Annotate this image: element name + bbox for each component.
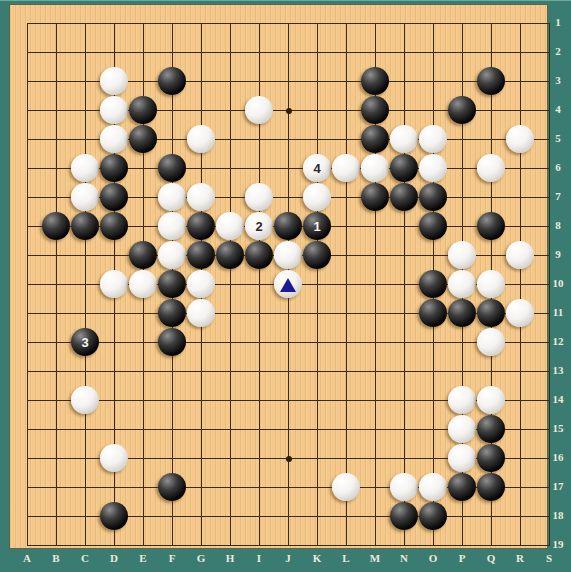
board-point[interactable] xyxy=(13,212,42,241)
board-point[interactable] xyxy=(274,299,303,328)
board-point[interactable] xyxy=(13,270,42,299)
board-point[interactable] xyxy=(332,241,361,270)
board-point[interactable] xyxy=(13,357,42,386)
board-point[interactable] xyxy=(42,67,71,96)
board-point[interactable] xyxy=(332,67,361,96)
board-point[interactable] xyxy=(506,241,535,270)
board-point[interactable] xyxy=(158,473,187,502)
board-point[interactable] xyxy=(216,241,245,270)
board-point[interactable] xyxy=(390,125,419,154)
board-point[interactable] xyxy=(216,357,245,386)
board-point[interactable] xyxy=(71,154,100,183)
board-point[interactable] xyxy=(42,154,71,183)
board-point[interactable] xyxy=(13,183,42,212)
board-point[interactable] xyxy=(303,299,332,328)
board-point[interactable] xyxy=(100,502,129,531)
board-point[interactable] xyxy=(187,125,216,154)
board-point[interactable] xyxy=(361,212,390,241)
board-point[interactable] xyxy=(477,38,506,67)
board-point[interactable] xyxy=(477,183,506,212)
board-point[interactable] xyxy=(361,299,390,328)
board-point[interactable] xyxy=(71,67,100,96)
board-point[interactable]: 2 xyxy=(245,212,274,241)
board-point[interactable] xyxy=(332,38,361,67)
board-point[interactable] xyxy=(187,299,216,328)
board-point[interactable] xyxy=(245,328,274,357)
board-point[interactable] xyxy=(477,270,506,299)
board-point[interactable] xyxy=(158,125,187,154)
board-point[interactable] xyxy=(13,9,42,38)
board-point[interactable] xyxy=(100,473,129,502)
board-point[interactable] xyxy=(477,502,506,531)
board-point[interactable] xyxy=(216,328,245,357)
board-point[interactable] xyxy=(158,270,187,299)
board-point[interactable] xyxy=(13,67,42,96)
board-point[interactable] xyxy=(71,502,100,531)
board-point[interactable] xyxy=(100,154,129,183)
board-point[interactable] xyxy=(216,183,245,212)
board-point[interactable] xyxy=(361,96,390,125)
board-point[interactable] xyxy=(506,96,535,125)
board-point[interactable] xyxy=(42,183,71,212)
board-point[interactable] xyxy=(419,415,448,444)
board-point[interactable] xyxy=(13,96,42,125)
board-point[interactable] xyxy=(477,241,506,270)
board-point[interactable] xyxy=(390,67,419,96)
board-point[interactable] xyxy=(361,9,390,38)
board-point[interactable] xyxy=(332,299,361,328)
board-point[interactable] xyxy=(245,38,274,67)
board-point[interactable] xyxy=(42,212,71,241)
board-point[interactable]: 1 xyxy=(303,212,332,241)
board-point[interactable] xyxy=(448,328,477,357)
board-point[interactable] xyxy=(274,154,303,183)
board-point[interactable] xyxy=(448,502,477,531)
board-point[interactable] xyxy=(216,38,245,67)
board-point[interactable] xyxy=(506,154,535,183)
board-point[interactable] xyxy=(158,67,187,96)
board-point[interactable] xyxy=(390,444,419,473)
board-point[interactable] xyxy=(245,154,274,183)
board-point[interactable] xyxy=(100,183,129,212)
board-point[interactable] xyxy=(390,38,419,67)
board-point[interactable] xyxy=(187,386,216,415)
board-point[interactable] xyxy=(187,270,216,299)
board-point[interactable] xyxy=(419,328,448,357)
board-point[interactable] xyxy=(448,415,477,444)
board-point[interactable] xyxy=(71,444,100,473)
board-point[interactable] xyxy=(100,270,129,299)
board-point[interactable] xyxy=(332,270,361,299)
board-point[interactable] xyxy=(361,415,390,444)
board-point[interactable] xyxy=(129,444,158,473)
board-point[interactable] xyxy=(158,415,187,444)
board-point[interactable] xyxy=(361,473,390,502)
board-point[interactable] xyxy=(506,125,535,154)
board-point[interactable] xyxy=(448,67,477,96)
board-point[interactable] xyxy=(274,473,303,502)
board-point[interactable] xyxy=(390,328,419,357)
board-point[interactable] xyxy=(216,125,245,154)
board-point[interactable] xyxy=(332,212,361,241)
board-point[interactable] xyxy=(506,270,535,299)
board-point[interactable] xyxy=(42,125,71,154)
board-point[interactable] xyxy=(332,357,361,386)
board-point[interactable] xyxy=(303,473,332,502)
board-point[interactable] xyxy=(390,386,419,415)
board-point[interactable] xyxy=(303,502,332,531)
board-point[interactable]: 4 xyxy=(303,154,332,183)
board-point[interactable] xyxy=(332,502,361,531)
board-point[interactable] xyxy=(42,270,71,299)
board-point[interactable] xyxy=(100,328,129,357)
board-point[interactable] xyxy=(42,38,71,67)
board-point[interactable] xyxy=(100,9,129,38)
board-point[interactable] xyxy=(13,125,42,154)
board-point[interactable] xyxy=(303,328,332,357)
board-point[interactable] xyxy=(448,9,477,38)
board-point[interactable] xyxy=(303,444,332,473)
board-point[interactable] xyxy=(506,38,535,67)
board-point[interactable] xyxy=(42,502,71,531)
board-point[interactable] xyxy=(129,96,158,125)
board-point[interactable] xyxy=(245,357,274,386)
board-point[interactable] xyxy=(245,473,274,502)
board-point[interactable] xyxy=(245,125,274,154)
board-point[interactable] xyxy=(506,299,535,328)
board-point[interactable] xyxy=(274,183,303,212)
board-point[interactable] xyxy=(129,9,158,38)
board-point[interactable] xyxy=(245,502,274,531)
board-point[interactable] xyxy=(216,154,245,183)
board-point[interactable] xyxy=(332,415,361,444)
board-point[interactable] xyxy=(187,9,216,38)
board-point[interactable] xyxy=(274,38,303,67)
board-point[interactable] xyxy=(390,9,419,38)
board-point[interactable] xyxy=(361,67,390,96)
board-point[interactable] xyxy=(448,270,477,299)
board-point[interactable] xyxy=(245,444,274,473)
board-point[interactable] xyxy=(361,125,390,154)
board-point[interactable] xyxy=(390,212,419,241)
board-point[interactable] xyxy=(477,473,506,502)
board-point[interactable] xyxy=(448,241,477,270)
board-point[interactable] xyxy=(158,96,187,125)
board-point[interactable] xyxy=(274,357,303,386)
board-point[interactable] xyxy=(71,241,100,270)
board-point[interactable] xyxy=(448,473,477,502)
board-point[interactable] xyxy=(419,212,448,241)
board-point[interactable] xyxy=(303,357,332,386)
board-point[interactable] xyxy=(361,38,390,67)
board-point[interactable] xyxy=(187,502,216,531)
board-point[interactable] xyxy=(477,415,506,444)
board-point[interactable] xyxy=(129,38,158,67)
board-point[interactable] xyxy=(245,386,274,415)
board-point[interactable] xyxy=(13,38,42,67)
board-point[interactable] xyxy=(419,9,448,38)
board-point[interactable] xyxy=(274,9,303,38)
board-point[interactable] xyxy=(245,67,274,96)
board-point[interactable] xyxy=(42,473,71,502)
board-point[interactable] xyxy=(129,270,158,299)
board-point[interactable] xyxy=(216,67,245,96)
board-point[interactable] xyxy=(100,415,129,444)
board-point[interactable] xyxy=(332,444,361,473)
board-point[interactable] xyxy=(274,270,303,299)
board-point[interactable] xyxy=(187,212,216,241)
board-point[interactable] xyxy=(129,154,158,183)
board-point[interactable] xyxy=(390,299,419,328)
board-point[interactable] xyxy=(158,299,187,328)
board-point[interactable] xyxy=(13,502,42,531)
board-point[interactable] xyxy=(13,299,42,328)
board-point[interactable] xyxy=(42,9,71,38)
board-point[interactable] xyxy=(303,270,332,299)
board-point[interactable] xyxy=(187,473,216,502)
board-point[interactable] xyxy=(274,444,303,473)
board-point[interactable] xyxy=(361,357,390,386)
board-point[interactable] xyxy=(100,444,129,473)
board-point[interactable] xyxy=(129,125,158,154)
board-point[interactable] xyxy=(477,9,506,38)
board-point[interactable] xyxy=(187,38,216,67)
board-point[interactable] xyxy=(332,183,361,212)
board-point[interactable] xyxy=(274,386,303,415)
board-point[interactable] xyxy=(274,212,303,241)
board-point[interactable] xyxy=(71,96,100,125)
board-point[interactable] xyxy=(100,357,129,386)
board-point[interactable] xyxy=(506,502,535,531)
board-point[interactable] xyxy=(303,386,332,415)
board-point[interactable] xyxy=(477,125,506,154)
board-point[interactable] xyxy=(71,270,100,299)
board-point[interactable] xyxy=(274,67,303,96)
board-point[interactable] xyxy=(506,9,535,38)
board-point[interactable] xyxy=(448,38,477,67)
board-point[interactable] xyxy=(158,357,187,386)
board-point[interactable] xyxy=(129,299,158,328)
board-point[interactable] xyxy=(419,96,448,125)
board-point[interactable] xyxy=(71,386,100,415)
board-point[interactable] xyxy=(13,415,42,444)
board-point[interactable] xyxy=(42,386,71,415)
board-point[interactable] xyxy=(419,154,448,183)
board-point[interactable] xyxy=(477,386,506,415)
board-point[interactable] xyxy=(187,154,216,183)
board-point[interactable] xyxy=(100,299,129,328)
board-point[interactable] xyxy=(158,444,187,473)
board-point[interactable] xyxy=(216,473,245,502)
board-point[interactable] xyxy=(216,415,245,444)
board-point[interactable] xyxy=(477,67,506,96)
board-point[interactable] xyxy=(71,38,100,67)
board-point[interactable] xyxy=(187,415,216,444)
board-point[interactable] xyxy=(419,270,448,299)
board-point[interactable] xyxy=(448,357,477,386)
board-point[interactable] xyxy=(71,299,100,328)
board-point[interactable] xyxy=(361,270,390,299)
board-point[interactable] xyxy=(216,386,245,415)
board-point[interactable] xyxy=(448,183,477,212)
board-point[interactable] xyxy=(187,96,216,125)
board-point[interactable] xyxy=(477,212,506,241)
board-point[interactable] xyxy=(448,444,477,473)
board-point[interactable] xyxy=(13,444,42,473)
board-point[interactable] xyxy=(129,357,158,386)
board-point[interactable] xyxy=(129,67,158,96)
board-point[interactable] xyxy=(216,9,245,38)
board-point[interactable] xyxy=(42,415,71,444)
board-point[interactable] xyxy=(187,328,216,357)
board-point[interactable] xyxy=(419,444,448,473)
board-point[interactable] xyxy=(42,357,71,386)
board-point[interactable] xyxy=(100,38,129,67)
board-point[interactable] xyxy=(419,125,448,154)
board-point[interactable] xyxy=(245,183,274,212)
board-point[interactable] xyxy=(419,502,448,531)
board-point[interactable] xyxy=(419,386,448,415)
board-point[interactable] xyxy=(71,415,100,444)
board-point[interactable] xyxy=(71,183,100,212)
board-point[interactable] xyxy=(187,357,216,386)
board-point[interactable] xyxy=(506,212,535,241)
board-point[interactable] xyxy=(361,183,390,212)
board-point[interactable] xyxy=(274,328,303,357)
board-point[interactable] xyxy=(42,299,71,328)
board-point[interactable] xyxy=(332,125,361,154)
board-point[interactable] xyxy=(332,9,361,38)
board-point[interactable] xyxy=(506,386,535,415)
board-point[interactable] xyxy=(303,96,332,125)
board-point[interactable] xyxy=(303,9,332,38)
board-point[interactable] xyxy=(13,154,42,183)
board-point[interactable] xyxy=(448,386,477,415)
board-point[interactable] xyxy=(100,386,129,415)
board-point[interactable] xyxy=(158,502,187,531)
board-point[interactable] xyxy=(390,96,419,125)
board-point[interactable] xyxy=(419,299,448,328)
board-point[interactable] xyxy=(100,125,129,154)
board-point[interactable] xyxy=(13,241,42,270)
board-point[interactable] xyxy=(158,38,187,67)
board-point[interactable] xyxy=(216,444,245,473)
board-point[interactable] xyxy=(361,444,390,473)
board-point[interactable] xyxy=(390,154,419,183)
board-point[interactable] xyxy=(390,357,419,386)
board-point[interactable] xyxy=(245,270,274,299)
board-point[interactable] xyxy=(390,473,419,502)
board-point[interactable] xyxy=(216,212,245,241)
board-point[interactable] xyxy=(303,183,332,212)
board-point[interactable] xyxy=(245,241,274,270)
board-point[interactable] xyxy=(187,183,216,212)
board-point[interactable] xyxy=(42,328,71,357)
board-point[interactable] xyxy=(303,125,332,154)
board-point[interactable] xyxy=(100,241,129,270)
board-point[interactable] xyxy=(216,502,245,531)
board-point[interactable] xyxy=(448,96,477,125)
board-point[interactable] xyxy=(419,38,448,67)
board-point[interactable] xyxy=(129,183,158,212)
board-point[interactable] xyxy=(390,241,419,270)
board-point[interactable] xyxy=(477,154,506,183)
board-point[interactable] xyxy=(129,328,158,357)
board-point[interactable] xyxy=(390,270,419,299)
board-point[interactable] xyxy=(477,444,506,473)
board-point[interactable] xyxy=(129,473,158,502)
board-point[interactable] xyxy=(390,502,419,531)
board-point[interactable] xyxy=(274,125,303,154)
board-point[interactable] xyxy=(390,415,419,444)
board-point[interactable] xyxy=(158,154,187,183)
board-point[interactable] xyxy=(71,212,100,241)
board-point[interactable] xyxy=(245,299,274,328)
board-point[interactable] xyxy=(332,96,361,125)
board-point[interactable] xyxy=(332,473,361,502)
board-point[interactable] xyxy=(158,183,187,212)
board-point[interactable] xyxy=(129,502,158,531)
board-point[interactable] xyxy=(506,183,535,212)
board-point[interactable] xyxy=(361,154,390,183)
board-point[interactable] xyxy=(216,299,245,328)
board-point[interactable] xyxy=(187,241,216,270)
board-point[interactable] xyxy=(419,241,448,270)
board-point[interactable] xyxy=(158,212,187,241)
board-point[interactable] xyxy=(13,328,42,357)
board-point[interactable] xyxy=(42,444,71,473)
board-point[interactable] xyxy=(245,415,274,444)
board-point[interactable] xyxy=(506,473,535,502)
board-point[interactable] xyxy=(158,9,187,38)
board-point[interactable] xyxy=(303,415,332,444)
board-point[interactable] xyxy=(42,96,71,125)
board-point[interactable] xyxy=(245,96,274,125)
board-point[interactable] xyxy=(158,241,187,270)
board-point[interactable] xyxy=(100,67,129,96)
board-point[interactable] xyxy=(506,67,535,96)
board-point[interactable] xyxy=(245,9,274,38)
board-point[interactable] xyxy=(361,241,390,270)
board-point[interactable] xyxy=(13,473,42,502)
board-point[interactable] xyxy=(448,212,477,241)
board-point[interactable] xyxy=(71,9,100,38)
board-point[interactable] xyxy=(100,212,129,241)
board-point[interactable] xyxy=(506,415,535,444)
board-point[interactable] xyxy=(158,386,187,415)
board-point[interactable] xyxy=(448,154,477,183)
board-point[interactable] xyxy=(361,386,390,415)
board-point[interactable] xyxy=(71,473,100,502)
board-point[interactable] xyxy=(129,241,158,270)
board-point[interactable] xyxy=(187,444,216,473)
board-point[interactable] xyxy=(477,328,506,357)
board-point[interactable] xyxy=(274,502,303,531)
board-point[interactable] xyxy=(448,299,477,328)
board-point[interactable] xyxy=(419,183,448,212)
board-point[interactable] xyxy=(274,241,303,270)
board-point[interactable] xyxy=(129,415,158,444)
board-point[interactable] xyxy=(477,96,506,125)
board-point[interactable] xyxy=(303,38,332,67)
board-point[interactable] xyxy=(100,96,129,125)
board-point[interactable] xyxy=(71,357,100,386)
board-point[interactable]: 3 xyxy=(71,328,100,357)
board-point[interactable] xyxy=(506,328,535,357)
board-point[interactable] xyxy=(506,444,535,473)
board-point[interactable] xyxy=(390,183,419,212)
board-point[interactable] xyxy=(448,125,477,154)
